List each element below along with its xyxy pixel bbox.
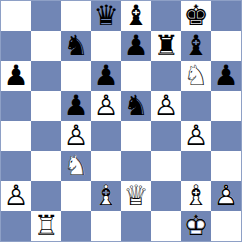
square-g3[interactable] bbox=[181, 151, 211, 181]
square-a6[interactable]: ♟ bbox=[1, 61, 31, 91]
black-pawn[interactable]: ♟ bbox=[61, 91, 91, 121]
square-e8[interactable]: ♝ bbox=[121, 1, 151, 31]
square-b7[interactable] bbox=[31, 31, 61, 61]
black-bishop[interactable]: ♝ bbox=[181, 31, 211, 61]
square-d2[interactable]: ♝♗ bbox=[91, 181, 121, 211]
square-c4[interactable]: ♟♙ bbox=[61, 121, 91, 151]
square-a4[interactable] bbox=[1, 121, 31, 151]
square-e2[interactable]: ♛♕ bbox=[121, 181, 151, 211]
square-b5[interactable] bbox=[31, 91, 61, 121]
square-e7[interactable]: ♟ bbox=[121, 31, 151, 61]
square-h1[interactable] bbox=[211, 211, 241, 241]
white-pawn-glyph: ♙ bbox=[91, 91, 121, 121]
square-f3[interactable] bbox=[151, 151, 181, 181]
square-b3[interactable] bbox=[31, 151, 61, 181]
square-h8[interactable] bbox=[211, 1, 241, 31]
square-g1[interactable]: ♚♔ bbox=[181, 211, 211, 241]
square-d5[interactable]: ♟♙ bbox=[91, 91, 121, 121]
white-queen[interactable]: ♛♕ bbox=[121, 181, 151, 211]
square-h2[interactable]: ♟♙ bbox=[211, 181, 241, 211]
square-f5[interactable]: ♟♙ bbox=[151, 91, 181, 121]
white-bishop-glyph: ♗ bbox=[181, 181, 211, 211]
white-knight[interactable]: ♞♘ bbox=[61, 151, 91, 181]
square-a5[interactable] bbox=[1, 91, 31, 121]
square-a8[interactable] bbox=[1, 1, 31, 31]
white-knight-glyph: ♘ bbox=[181, 61, 211, 91]
black-pawn-glyph: ♟ bbox=[1, 61, 31, 91]
square-e4[interactable] bbox=[121, 121, 151, 151]
chess-board: ♛♝♚♞♟♜♝♟♟♞♘♟♟♟♙♞♟♙♟♙♟♙♞♘♟♙♝♗♛♕♝♗♟♙♜♖♚♔ bbox=[0, 0, 242, 242]
square-b2[interactable] bbox=[31, 181, 61, 211]
square-c5[interactable]: ♟ bbox=[61, 91, 91, 121]
white-bishop-glyph: ♗ bbox=[91, 181, 121, 211]
square-g6[interactable]: ♞♘ bbox=[181, 61, 211, 91]
square-c7[interactable]: ♞ bbox=[61, 31, 91, 61]
square-e5[interactable]: ♞ bbox=[121, 91, 151, 121]
black-king[interactable]: ♚ bbox=[181, 1, 211, 31]
black-queen[interactable]: ♛ bbox=[91, 1, 121, 31]
white-pawn-glyph: ♙ bbox=[1, 181, 31, 211]
white-pawn-glyph: ♙ bbox=[211, 181, 241, 211]
square-g4[interactable]: ♟♙ bbox=[181, 121, 211, 151]
white-rook[interactable]: ♜♖ bbox=[31, 211, 61, 241]
square-g8[interactable]: ♚ bbox=[181, 1, 211, 31]
black-queen-glyph: ♛ bbox=[91, 1, 121, 31]
square-b8[interactable] bbox=[31, 1, 61, 31]
square-f6[interactable] bbox=[151, 61, 181, 91]
white-pawn[interactable]: ♟♙ bbox=[61, 121, 91, 151]
white-bishop[interactable]: ♝♗ bbox=[181, 181, 211, 211]
square-b1[interactable]: ♜♖ bbox=[31, 211, 61, 241]
square-d8[interactable]: ♛ bbox=[91, 1, 121, 31]
square-g7[interactable]: ♝ bbox=[181, 31, 211, 61]
square-c2[interactable] bbox=[61, 181, 91, 211]
white-king[interactable]: ♚♔ bbox=[181, 211, 211, 241]
black-knight[interactable]: ♞ bbox=[121, 91, 151, 121]
square-g5[interactable] bbox=[181, 91, 211, 121]
black-bishop-glyph: ♝ bbox=[121, 1, 151, 31]
black-knight-glyph: ♞ bbox=[61, 31, 91, 61]
black-pawn-glyph: ♟ bbox=[211, 61, 241, 91]
square-f2[interactable] bbox=[151, 181, 181, 211]
black-pawn-glyph: ♟ bbox=[91, 61, 121, 91]
white-pawn[interactable]: ♟♙ bbox=[1, 181, 31, 211]
white-pawn[interactable]: ♟♙ bbox=[181, 121, 211, 151]
white-knight-glyph: ♘ bbox=[61, 151, 91, 181]
square-c6[interactable] bbox=[61, 61, 91, 91]
square-c1[interactable] bbox=[61, 211, 91, 241]
square-c3[interactable]: ♞♘ bbox=[61, 151, 91, 181]
black-pawn[interactable]: ♟ bbox=[121, 31, 151, 61]
white-knight[interactable]: ♞♘ bbox=[181, 61, 211, 91]
black-pawn[interactable]: ♟ bbox=[1, 61, 31, 91]
square-h3[interactable] bbox=[211, 151, 241, 181]
white-pawn-glyph: ♙ bbox=[181, 121, 211, 151]
white-pawn[interactable]: ♟♙ bbox=[211, 181, 241, 211]
square-h4[interactable] bbox=[211, 121, 241, 151]
square-g2[interactable]: ♝♗ bbox=[181, 181, 211, 211]
white-queen-glyph: ♕ bbox=[121, 181, 151, 211]
square-e6[interactable] bbox=[121, 61, 151, 91]
white-pawn[interactable]: ♟♙ bbox=[91, 91, 121, 121]
black-bishop[interactable]: ♝ bbox=[121, 1, 151, 31]
square-f7[interactable]: ♜ bbox=[151, 31, 181, 61]
square-d3[interactable] bbox=[91, 151, 121, 181]
black-knight[interactable]: ♞ bbox=[61, 31, 91, 61]
black-pawn-glyph: ♟ bbox=[61, 91, 91, 121]
square-h6[interactable]: ♟ bbox=[211, 61, 241, 91]
square-c8[interactable] bbox=[61, 1, 91, 31]
square-d7[interactable] bbox=[91, 31, 121, 61]
black-rook-glyph: ♜ bbox=[151, 31, 181, 61]
white-king-glyph: ♔ bbox=[181, 211, 211, 241]
white-pawn[interactable]: ♟♙ bbox=[151, 91, 181, 121]
black-bishop-glyph: ♝ bbox=[181, 31, 211, 61]
square-d4[interactable] bbox=[91, 121, 121, 151]
white-rook-glyph: ♖ bbox=[31, 211, 61, 241]
square-a3[interactable] bbox=[1, 151, 31, 181]
square-a7[interactable] bbox=[1, 31, 31, 61]
white-pawn-glyph: ♙ bbox=[151, 91, 181, 121]
white-pawn-glyph: ♙ bbox=[61, 121, 91, 151]
black-knight-glyph: ♞ bbox=[121, 91, 151, 121]
black-rook[interactable]: ♜ bbox=[151, 31, 181, 61]
square-b6[interactable] bbox=[31, 61, 61, 91]
square-b4[interactable] bbox=[31, 121, 61, 151]
square-h7[interactable] bbox=[211, 31, 241, 61]
square-e3[interactable] bbox=[121, 151, 151, 181]
white-bishop[interactable]: ♝♗ bbox=[91, 181, 121, 211]
square-d1[interactable] bbox=[91, 211, 121, 241]
square-d6[interactable]: ♟ bbox=[91, 61, 121, 91]
square-f1[interactable] bbox=[151, 211, 181, 241]
square-e1[interactable] bbox=[121, 211, 151, 241]
square-f4[interactable] bbox=[151, 121, 181, 151]
square-a1[interactable] bbox=[1, 211, 31, 241]
square-h5[interactable] bbox=[211, 91, 241, 121]
black-pawn[interactable]: ♟ bbox=[211, 61, 241, 91]
black-pawn[interactable]: ♟ bbox=[91, 61, 121, 91]
square-f8[interactable] bbox=[151, 1, 181, 31]
black-pawn-glyph: ♟ bbox=[121, 31, 151, 61]
black-king-glyph: ♚ bbox=[181, 1, 211, 31]
square-a2[interactable]: ♟♙ bbox=[1, 181, 31, 211]
